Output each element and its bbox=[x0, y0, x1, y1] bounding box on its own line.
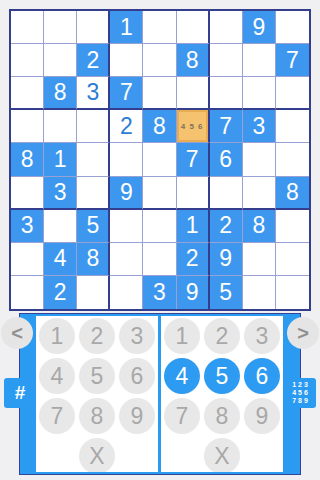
cell-r6c4[interactable]: 9 bbox=[110, 177, 143, 210]
numbers-tab-button[interactable]: # bbox=[4, 378, 36, 408]
cell-r4c9[interactable] bbox=[276, 110, 309, 143]
cell-r9c8[interactable] bbox=[243, 276, 276, 309]
cell-r7c7[interactable]: 2 bbox=[210, 210, 243, 243]
keypad-row: 123 bbox=[36, 316, 158, 356]
cell-r2c1[interactable] bbox=[11, 44, 44, 77]
keypad-row: 123 bbox=[161, 316, 283, 356]
keypad-row: 789 bbox=[161, 396, 283, 436]
cell-r5c4[interactable] bbox=[110, 143, 143, 176]
sudoku-app-screen: 19287837284 5 67381763983512848292395 12… bbox=[0, 0, 320, 480]
cell-r4c4[interactable]: 2 bbox=[110, 110, 143, 143]
keypad-row: X bbox=[161, 436, 283, 472]
key-left-6[interactable]: 6 bbox=[119, 358, 155, 394]
cell-r7c3[interactable]: 5 bbox=[77, 210, 110, 243]
key-left-2[interactable]: 2 bbox=[79, 318, 115, 354]
cell-r8c1[interactable] bbox=[11, 243, 44, 276]
cell-r4c8[interactable]: 3 bbox=[243, 110, 276, 143]
cell-r9c3[interactable] bbox=[77, 276, 110, 309]
cell-r8c9[interactable] bbox=[276, 243, 309, 276]
cell-r3c6[interactable] bbox=[177, 77, 210, 110]
cell-r9c1[interactable] bbox=[11, 276, 44, 309]
cell-r7c5[interactable] bbox=[143, 210, 176, 243]
cell-r1c3[interactable] bbox=[77, 11, 110, 44]
cell-r9c6[interactable]: 9 bbox=[177, 276, 210, 309]
numbers-tab-label: # bbox=[15, 382, 26, 404]
cell-r8c8[interactable] bbox=[243, 243, 276, 276]
cell-r2c2[interactable] bbox=[44, 44, 77, 77]
key-right-5[interactable]: 5 bbox=[204, 358, 240, 394]
sudoku-board: 19287837284 5 67381763983512848292395 bbox=[9, 9, 311, 311]
cell-r3c7[interactable] bbox=[210, 77, 243, 110]
cell-r1c4[interactable]: 1 bbox=[110, 11, 143, 44]
cell-r5c5[interactable] bbox=[143, 143, 176, 176]
grid-tab-line: 456 bbox=[290, 389, 310, 397]
cell-r4c2[interactable] bbox=[44, 110, 77, 143]
key-left-3[interactable]: 3 bbox=[119, 318, 155, 354]
key-left-5[interactable]: 5 bbox=[79, 358, 115, 394]
keypad-row: X bbox=[36, 436, 158, 472]
cell-r5c1[interactable]: 8 bbox=[11, 143, 44, 176]
cell-r6c5[interactable] bbox=[143, 177, 176, 210]
cell-r1c9[interactable] bbox=[276, 11, 309, 44]
next-button[interactable]: > bbox=[287, 317, 319, 349]
cell-r1c2[interactable] bbox=[44, 11, 77, 44]
cell-r6c7[interactable] bbox=[210, 177, 243, 210]
cell-r4c1[interactable] bbox=[11, 110, 44, 143]
keypad-tray: 123456789X 123456789X bbox=[19, 313, 301, 475]
key-right-1[interactable]: 1 bbox=[164, 318, 200, 354]
cell-r3c5[interactable] bbox=[143, 77, 176, 110]
cell-r6c8[interactable] bbox=[243, 177, 276, 210]
cell-r7c6[interactable]: 1 bbox=[177, 210, 210, 243]
cell-r3c4[interactable]: 7 bbox=[110, 77, 143, 110]
cell-r4c3[interactable] bbox=[77, 110, 110, 143]
key-right-2[interactable]: 2 bbox=[204, 318, 240, 354]
keypad-left: 123456789X bbox=[36, 316, 158, 472]
cell-r5c8[interactable] bbox=[243, 143, 276, 176]
cell-r9c4[interactable] bbox=[110, 276, 143, 309]
cell-r9c5[interactable]: 3 bbox=[143, 276, 176, 309]
prev-button[interactable]: < bbox=[1, 317, 33, 349]
cell-r7c8[interactable]: 8 bbox=[243, 210, 276, 243]
cell-r9c7[interactable]: 5 bbox=[210, 276, 243, 309]
keypad-row: 456 bbox=[161, 356, 283, 396]
key-right-6[interactable]: 6 bbox=[244, 358, 280, 394]
cell-r9c2[interactable]: 2 bbox=[44, 276, 77, 309]
cell-r8c3[interactable]: 8 bbox=[77, 243, 110, 276]
grid-tab-line: 789 bbox=[290, 397, 310, 405]
cell-r6c6[interactable] bbox=[177, 177, 210, 210]
chevron-left-icon: < bbox=[11, 322, 23, 345]
cell-r2c4[interactable] bbox=[110, 44, 143, 77]
cell-r3c2[interactable]: 8 bbox=[44, 77, 77, 110]
cell-r2c5[interactable] bbox=[143, 44, 176, 77]
cell-r7c4[interactable] bbox=[110, 210, 143, 243]
cell-r5c2[interactable]: 1 bbox=[44, 143, 77, 176]
cell-r3c8[interactable] bbox=[243, 77, 276, 110]
cell-r1c8[interactable]: 9 bbox=[243, 11, 276, 44]
cell-r1c1[interactable] bbox=[11, 11, 44, 44]
cell-r4c6[interactable]: 4 5 6 bbox=[177, 110, 210, 143]
cell-r8c2[interactable]: 4 bbox=[44, 243, 77, 276]
key-right-8[interactable]: 8 bbox=[204, 398, 240, 434]
cell-r9c9[interactable] bbox=[276, 276, 309, 309]
cell-r7c9[interactable] bbox=[276, 210, 309, 243]
cell-r1c7[interactable] bbox=[210, 11, 243, 44]
cell-r4c7[interactable]: 7 bbox=[210, 110, 243, 143]
keypad-row: 789 bbox=[36, 396, 158, 436]
cell-r8c5[interactable] bbox=[143, 243, 176, 276]
cell-r8c6[interactable]: 2 bbox=[177, 243, 210, 276]
cell-r2c3[interactable]: 2 bbox=[77, 44, 110, 77]
cell-r5c9[interactable] bbox=[276, 143, 309, 176]
key-left-8[interactable]: 8 bbox=[79, 398, 115, 434]
cell-r2c8[interactable] bbox=[243, 44, 276, 77]
key-right-3[interactable]: 3 bbox=[244, 318, 280, 354]
cell-r3c3[interactable]: 3 bbox=[77, 77, 110, 110]
key-right-4[interactable]: 4 bbox=[164, 358, 200, 394]
cell-r4c5[interactable]: 8 bbox=[143, 110, 176, 143]
cell-r5c6[interactable]: 7 bbox=[177, 143, 210, 176]
cell-r6c1[interactable] bbox=[11, 177, 44, 210]
keypad-right: 123456789X bbox=[161, 316, 283, 472]
grid-tab-line: 123 bbox=[290, 381, 310, 389]
cell-r6c3[interactable] bbox=[77, 177, 110, 210]
chevron-right-icon: > bbox=[297, 322, 309, 345]
cell-r3c1[interactable] bbox=[11, 77, 44, 110]
cell-r8c4[interactable] bbox=[110, 243, 143, 276]
key-left-1[interactable]: 1 bbox=[39, 318, 75, 354]
key-right-7[interactable]: 7 bbox=[164, 398, 200, 434]
key-left-4[interactable]: 4 bbox=[39, 358, 75, 394]
key-right-9[interactable]: 9 bbox=[244, 398, 280, 434]
cell-r5c7[interactable]: 6 bbox=[210, 143, 243, 176]
cell-r3c9[interactable] bbox=[276, 77, 309, 110]
keypad-row: 456 bbox=[36, 356, 158, 396]
cell-r8c7[interactable]: 9 bbox=[210, 243, 243, 276]
cell-r7c2[interactable] bbox=[44, 210, 77, 243]
cell-r6c2[interactable]: 3 bbox=[44, 177, 77, 210]
cell-r2c7[interactable] bbox=[210, 44, 243, 77]
key-left-delete[interactable]: X bbox=[79, 438, 115, 472]
cell-r2c9[interactable]: 7 bbox=[276, 44, 309, 77]
cell-r1c6[interactable] bbox=[177, 11, 210, 44]
cell-r2c6[interactable]: 8 bbox=[177, 44, 210, 77]
cell-r6c9[interactable]: 8 bbox=[276, 177, 309, 210]
grid-tab-button[interactable]: 123 456 789 bbox=[284, 378, 316, 408]
key-left-7[interactable]: 7 bbox=[39, 398, 75, 434]
cell-r1c5[interactable] bbox=[143, 11, 176, 44]
key-right-delete[interactable]: X bbox=[204, 438, 240, 472]
cell-r7c1[interactable]: 3 bbox=[11, 210, 44, 243]
cell-r5c3[interactable] bbox=[77, 143, 110, 176]
key-left-9[interactable]: 9 bbox=[119, 398, 155, 434]
